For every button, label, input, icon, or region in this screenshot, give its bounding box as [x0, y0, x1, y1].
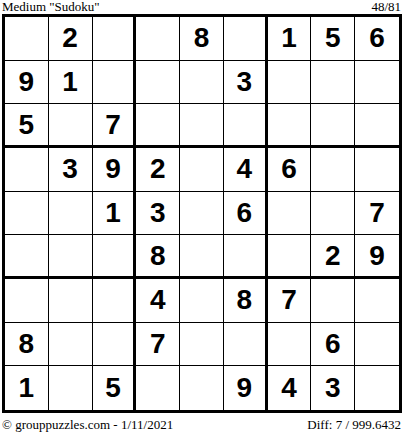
footer: © grouppuzzles.com - 1/11/2021 Diff: 7 /…: [2, 417, 401, 432]
cell-r2c4[interactable]: [136, 61, 180, 105]
cell-r5c3[interactable]: 1: [93, 192, 137, 236]
cell-r9c9[interactable]: [355, 366, 399, 410]
cell-r7c1[interactable]: [5, 279, 49, 323]
cell-r5c5[interactable]: [180, 192, 224, 236]
cell-r6c1[interactable]: [5, 235, 49, 279]
cell-r4c7[interactable]: 6: [268, 148, 312, 192]
cell-r5c4[interactable]: 3: [136, 192, 180, 236]
cell-r5c6[interactable]: 6: [224, 192, 268, 236]
cell-r3c5[interactable]: [180, 104, 224, 148]
cell-r3c8[interactable]: [311, 104, 355, 148]
cell-r4c5[interactable]: [180, 148, 224, 192]
difficulty-text: Diff: 7 / 999.6432: [307, 417, 401, 432]
cell-r6c8[interactable]: 2: [311, 235, 355, 279]
cell-r9c8[interactable]: 3: [311, 366, 355, 410]
cell-r4c8[interactable]: [311, 148, 355, 192]
cell-r4c3[interactable]: 9: [93, 148, 137, 192]
cell-r1c5[interactable]: 8: [180, 17, 224, 61]
cell-r4c2[interactable]: 3: [49, 148, 93, 192]
cell-r8c1[interactable]: 8: [5, 323, 49, 367]
cell-r2c9[interactable]: [355, 61, 399, 105]
cell-r6c3[interactable]: [93, 235, 137, 279]
cell-r6c9[interactable]: 9: [355, 235, 399, 279]
cell-r6c7[interactable]: [268, 235, 312, 279]
cell-r1c7[interactable]: 1: [268, 17, 312, 61]
cell-r1c4[interactable]: [136, 17, 180, 61]
cell-r8c9[interactable]: [355, 323, 399, 367]
header: Medium "Sudoku" 48/81: [2, 0, 401, 13]
cell-r5c8[interactable]: [311, 192, 355, 236]
cell-r5c7[interactable]: [268, 192, 312, 236]
cell-r1c6[interactable]: [224, 17, 268, 61]
cell-r6c2[interactable]: [49, 235, 93, 279]
cell-r1c3[interactable]: [93, 17, 137, 61]
cell-r2c8[interactable]: [311, 61, 355, 105]
cell-r7c7[interactable]: 7: [268, 279, 312, 323]
cell-r8c4[interactable]: 7: [136, 323, 180, 367]
cell-r9c2[interactable]: [49, 366, 93, 410]
cell-r9c7[interactable]: 4: [268, 366, 312, 410]
cell-r6c4[interactable]: 8: [136, 235, 180, 279]
cell-r7c2[interactable]: [49, 279, 93, 323]
cell-r2c6[interactable]: 3: [224, 61, 268, 105]
cell-r8c2[interactable]: [49, 323, 93, 367]
cell-r3c1[interactable]: 5: [5, 104, 49, 148]
cell-r2c2[interactable]: 1: [49, 61, 93, 105]
cell-r7c8[interactable]: [311, 279, 355, 323]
cell-r2c3[interactable]: [93, 61, 137, 105]
cell-r8c7[interactable]: [268, 323, 312, 367]
cell-r8c5[interactable]: [180, 323, 224, 367]
cell-r5c1[interactable]: [5, 192, 49, 236]
remaining-count: 48/81: [371, 0, 401, 13]
cell-r8c8[interactable]: 6: [311, 323, 355, 367]
cell-r7c5[interactable]: [180, 279, 224, 323]
cell-r1c1[interactable]: [5, 17, 49, 61]
cell-r4c9[interactable]: [355, 148, 399, 192]
cell-r7c3[interactable]: [93, 279, 137, 323]
cell-r8c3[interactable]: [93, 323, 137, 367]
cell-r9c5[interactable]: [180, 366, 224, 410]
cell-r3c4[interactable]: [136, 104, 180, 148]
cell-r4c6[interactable]: 4: [224, 148, 268, 192]
cell-r6c6[interactable]: [224, 235, 268, 279]
cell-r5c2[interactable]: [49, 192, 93, 236]
cell-r2c7[interactable]: [268, 61, 312, 105]
cell-r3c7[interactable]: [268, 104, 312, 148]
cell-r2c5[interactable]: [180, 61, 224, 105]
cell-r3c9[interactable]: [355, 104, 399, 148]
cell-r1c9[interactable]: 6: [355, 17, 399, 61]
cell-r3c2[interactable]: [49, 104, 93, 148]
cell-r5c9[interactable]: 7: [355, 192, 399, 236]
cell-r9c4[interactable]: [136, 366, 180, 410]
sudoku-page: Medium "Sudoku" 48/81 281569135739246136…: [0, 0, 403, 437]
cell-r8c6[interactable]: [224, 323, 268, 367]
sudoku-board: 281569135739246136782948787615943: [2, 14, 402, 413]
cell-r7c6[interactable]: 8: [224, 279, 268, 323]
cell-r9c3[interactable]: 5: [93, 366, 137, 410]
cell-r4c4[interactable]: 2: [136, 148, 180, 192]
cell-r7c9[interactable]: [355, 279, 399, 323]
cell-r9c6[interactable]: 9: [224, 366, 268, 410]
copyright-text: © grouppuzzles.com - 1/11/2021: [2, 417, 173, 432]
cell-r3c3[interactable]: 7: [93, 104, 137, 148]
cell-r4c1[interactable]: [5, 148, 49, 192]
cell-r9c1[interactable]: 1: [5, 366, 49, 410]
cell-r6c5[interactable]: [180, 235, 224, 279]
cell-r7c4[interactable]: 4: [136, 279, 180, 323]
cell-r1c8[interactable]: 5: [311, 17, 355, 61]
puzzle-title: Medium "Sudoku": [2, 0, 100, 13]
cell-r2c1[interactable]: 9: [5, 61, 49, 105]
cell-r1c2[interactable]: 2: [49, 17, 93, 61]
cell-r3c6[interactable]: [224, 104, 268, 148]
